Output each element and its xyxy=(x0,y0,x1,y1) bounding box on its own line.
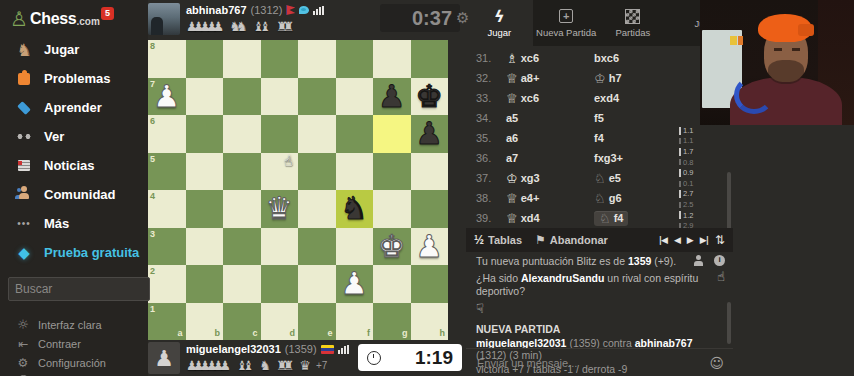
move-number: 34. xyxy=(466,112,506,124)
move-time: 1.2 xyxy=(679,211,693,220)
search-input[interactable] xyxy=(8,277,150,301)
captured-knights: ♞♞ xyxy=(229,21,247,33)
square-g6[interactable] xyxy=(373,115,411,153)
webcam-video xyxy=(700,0,854,125)
move-time: 1.1 xyxy=(679,126,693,135)
newspaper-icon xyxy=(13,156,35,176)
square-e7[interactable] xyxy=(298,78,336,116)
clock-icon xyxy=(367,351,381,365)
tab-label: Nueva Partida xyxy=(536,27,596,38)
move-33-black[interactable]: exd4 xyxy=(594,92,682,104)
sidebar-item-label: Más xyxy=(44,216,69,231)
file-label: a xyxy=(177,329,182,338)
rating-message: Tu nueva puntuación Blitz es de 1359 (+9… xyxy=(466,252,733,269)
new-game-title: NUEVA PARTIDA xyxy=(466,317,733,335)
chess-com-app: ♙ Chess .com 5 JugarProblemasAprenderVer… xyxy=(0,0,854,376)
piece-white-pawn: ♟ xyxy=(340,265,368,303)
piece-icon: ♕ xyxy=(506,212,518,225)
tab-label: Jugar xyxy=(487,27,511,38)
resign-flag-icon: ⚑ xyxy=(535,233,546,247)
move-time: 2.7 xyxy=(679,190,693,199)
square-e2[interactable] xyxy=(298,265,336,303)
piece-icon: ♘ xyxy=(594,172,606,185)
square-b3[interactable] xyxy=(186,228,224,266)
square-h3[interactable]: ♟ xyxy=(411,228,449,266)
move-number: 39. xyxy=(466,212,506,224)
square-f8[interactable] xyxy=(336,40,374,78)
move-35-black[interactable]: f4 xyxy=(594,132,682,144)
square-h8[interactable] xyxy=(411,40,449,78)
ellipsis-icon xyxy=(13,214,35,234)
captured-bishops: ♝♝ xyxy=(253,21,271,33)
piece-white-king: ♚ xyxy=(378,228,406,266)
move-37-white[interactable]: ♔xg3 xyxy=(506,172,594,185)
pawn-logo-icon: ♙ xyxy=(10,7,28,31)
piece-black-pawn: ♟ xyxy=(415,115,443,153)
square-f7[interactable] xyxy=(336,78,374,116)
piece-black-knight: ♞ xyxy=(340,190,368,228)
sun-icon xyxy=(15,315,31,335)
move-33-white[interactable]: ♕xc6 xyxy=(506,92,594,105)
action-bar: ½ Tablas ⚑ Abandonar |◀ ◀ ▶ ▶| ⇅ xyxy=(466,228,733,252)
sidebar-item-aprender[interactable]: Aprender xyxy=(0,93,148,122)
chat-area: Tu nueva puntuación Blitz es de 1359 (+9… xyxy=(466,252,733,348)
sidebar-item-label: Problemas xyxy=(44,71,110,86)
connection-signal-icon xyxy=(338,345,349,354)
chess-com-logo[interactable]: ♙ Chess .com 5 xyxy=(0,0,148,35)
material-advantage: +7 xyxy=(316,360,327,372)
move-38-white[interactable]: ♕e4+ xyxy=(506,192,594,205)
sidebar-item-jugar[interactable]: Jugar xyxy=(0,35,148,64)
draw-button[interactable]: ½ Tablas xyxy=(474,233,522,247)
move-time: 2.5 xyxy=(679,200,693,209)
square-f3[interactable] xyxy=(336,228,374,266)
sidebar-footer: Interfaz claraContraerConfiguración?Ayud… xyxy=(0,315,148,376)
player-bar: miguelangel32031 (1359) ♟♟♟♟♟♟♝♝♞♜♜♛+7 1… xyxy=(148,340,466,376)
player-captured-pieces: ♟♟♟♟♟♟♝♝♞♜♜♛+7 xyxy=(186,360,327,372)
piece-icon: ♕ xyxy=(506,192,518,205)
move-row-31: 31.♗xc6bxc6 xyxy=(466,48,733,68)
piece-white-queen: ♛ xyxy=(265,190,293,228)
go-start-button[interactable]: |◀ xyxy=(659,235,667,245)
square-c8[interactable] xyxy=(223,40,261,78)
half-icon: ½ xyxy=(474,233,484,247)
opponent-rating: (1312) xyxy=(251,4,283,16)
sidebar-item-label: Interfaz clara xyxy=(38,319,102,331)
sidebar-item-label: Ver xyxy=(44,129,64,144)
square-e6[interactable] xyxy=(298,115,336,153)
rank-label: 6 xyxy=(150,117,155,126)
square-e1[interactable]: e xyxy=(298,303,336,341)
captured-pawns: ♟♟♟♟♟ xyxy=(186,21,224,33)
sidebar-item-comunidad[interactable]: Comunidad xyxy=(0,180,148,209)
move-39-black[interactable]: ♘f4 xyxy=(594,211,682,226)
rank-label: 3 xyxy=(150,230,155,239)
headphones xyxy=(734,76,774,114)
square-f1[interactable]: f xyxy=(336,303,374,341)
file-label: c xyxy=(252,329,257,338)
thumbs-down-icon[interactable]: ☟ xyxy=(476,301,484,316)
piece-icon: ♕ xyxy=(506,92,518,105)
sidebar-item-label: Prueba gratuita xyxy=(44,245,139,260)
lightning-icon xyxy=(494,7,505,26)
sidebar-item-ver[interactable]: Ver xyxy=(0,122,148,151)
diamond-icon xyxy=(13,243,35,263)
rank-label: 8 xyxy=(150,42,155,51)
piece-icon: ♕ xyxy=(506,72,518,85)
sportsmanship-message: ¿Ha sido AlexandruSandu un rival con esp… xyxy=(466,269,733,299)
player-avatar[interactable] xyxy=(148,342,180,374)
sidebar-item-label: Configuración xyxy=(38,357,106,369)
move-36-white[interactable]: a7 xyxy=(506,152,594,164)
rank-label: 1 xyxy=(150,305,155,314)
tab-label: Partidas xyxy=(615,27,650,38)
square-f4[interactable]: ♞ xyxy=(336,190,374,228)
piece-black-king: ♚ xyxy=(415,78,443,116)
square-c7[interactable] xyxy=(223,78,261,116)
forward-button[interactable]: ▶ xyxy=(687,235,693,245)
tab-partidas[interactable]: Partidas xyxy=(600,0,667,46)
venezuela-flag-icon xyxy=(321,345,334,354)
sidebar-item-label: Jugar xyxy=(44,42,79,57)
move-35-white[interactable]: a6 xyxy=(506,132,594,144)
nepal-flag-icon xyxy=(286,5,295,15)
move-row-34: 34.a5f5 xyxy=(466,108,733,128)
piece-icon: ♔ xyxy=(506,172,518,185)
square-h1[interactable]: h xyxy=(411,303,449,341)
captured-queens: ♛ xyxy=(299,360,311,372)
opponent-avatar[interactable] xyxy=(148,3,180,35)
people-icon xyxy=(13,185,35,205)
square-b2[interactable] xyxy=(186,265,224,303)
square-g2[interactable] xyxy=(373,265,411,303)
square-g3[interactable]: ♚ xyxy=(373,228,411,266)
knight-icon xyxy=(13,40,35,60)
logo-tld: .com xyxy=(76,16,99,27)
panel-tabs: Jugar+Nueva PartidaPartidasJu xyxy=(466,0,733,46)
square-f5[interactable] xyxy=(336,153,374,191)
file-label: g xyxy=(402,329,408,338)
square-a4[interactable]: 4 xyxy=(148,190,186,228)
file-label: d xyxy=(290,329,296,338)
square-g8[interactable] xyxy=(373,40,411,78)
square-c2[interactable] xyxy=(223,265,261,303)
checker-icon xyxy=(625,9,640,24)
opponent-bar: abhinab767 (1312) ♟♟♟♟♟♞♞♝♝♜♜ 0:37 xyxy=(148,0,466,40)
help-icon: ? xyxy=(15,372,31,376)
file-label: b xyxy=(215,329,221,338)
square-e5[interactable] xyxy=(298,153,336,191)
emoji-icon[interactable]: ☺ xyxy=(709,355,724,371)
square-b8[interactable] xyxy=(186,40,224,78)
square-h4[interactable] xyxy=(411,190,449,228)
square-d8[interactable] xyxy=(261,40,299,78)
piece-icon: ♔ xyxy=(594,72,606,85)
square-e8[interactable] xyxy=(298,40,336,78)
square-h2[interactable] xyxy=(411,265,449,303)
square-b5[interactable] xyxy=(186,153,224,191)
message-input-bar: ☺ xyxy=(466,348,733,376)
captured-rooks: ♜♜ xyxy=(276,360,294,372)
square-a3[interactable]: 3 xyxy=(148,228,186,266)
move-time: 1.7 xyxy=(679,147,693,156)
twitter-bird-icon[interactable] xyxy=(299,6,309,14)
sidebar-item-mas[interactable]: Más xyxy=(0,209,148,238)
move-number: 36. xyxy=(466,152,506,164)
file-label: h xyxy=(440,329,446,338)
square-d7[interactable] xyxy=(261,78,299,116)
move-34-white[interactable]: a5 xyxy=(506,112,594,124)
move-time: 0.8 xyxy=(679,158,693,167)
sidebar-item-prueba-gratuita[interactable]: Prueba gratuita xyxy=(0,238,148,267)
square-c5[interactable] xyxy=(223,153,261,191)
rank-label: 5 xyxy=(150,155,155,164)
info-icon[interactable]: i xyxy=(714,255,725,266)
thumbs-down-row: ☟ xyxy=(466,299,733,317)
square-g4[interactable] xyxy=(373,190,411,228)
tab-jugar[interactable]: Jugar xyxy=(466,0,533,46)
square-c4[interactable] xyxy=(223,190,261,228)
player-name[interactable]: miguelangel32031 xyxy=(186,343,281,355)
gear-small-icon xyxy=(15,353,31,373)
square-b6[interactable] xyxy=(186,115,224,153)
flip-board-button[interactable]: ⇅ xyxy=(715,233,725,247)
file-label: f xyxy=(367,329,370,338)
piece-icon: ♘ xyxy=(594,192,606,205)
sidebar-item-label: Comunidad xyxy=(44,187,116,202)
chat-scrollbar[interactable] xyxy=(727,302,731,344)
sidebar-item-label: Aprender xyxy=(44,100,102,115)
sidebar-item-noticias[interactable]: Noticias xyxy=(0,151,148,180)
square-f2[interactable]: ♟ xyxy=(336,265,374,303)
square-e4[interactable] xyxy=(298,190,336,228)
opponent-clock: 0:37 xyxy=(380,4,460,32)
square-a1[interactable]: 1a xyxy=(148,303,186,341)
move-time: 0.1 xyxy=(679,179,693,188)
move-number: 35. xyxy=(466,132,506,144)
move-number: 32. xyxy=(466,72,506,84)
move-number: 38. xyxy=(466,192,506,204)
move-number: 37. xyxy=(466,172,506,184)
tab-nueva-partida[interactable]: +Nueva Partida xyxy=(533,0,600,46)
square-g7[interactable]: ♟ xyxy=(373,78,411,116)
puzzle-icon xyxy=(13,69,35,89)
right-panel: Jugar+Nueva PartidaPartidasJu 31.♗xc6bxc… xyxy=(466,0,733,376)
sidebar-item-interfaz-clara[interactable]: Interfaz clara xyxy=(0,315,148,334)
rank-label: 7 xyxy=(150,80,155,89)
player-rating: (1359) xyxy=(285,343,317,355)
piece-black-pawn: ♟ xyxy=(378,78,406,116)
opponent-captured-pieces: ♟♟♟♟♟♞♞♝♝♜♜ xyxy=(186,21,294,33)
back-button[interactable]: ◀ xyxy=(674,235,680,245)
square-d4[interactable]: ♛ xyxy=(261,190,299,228)
opponent-name[interactable]: abhinab767 xyxy=(186,4,247,16)
sidebar: ♙ Chess .com 5 JugarProblemasAprenderVer… xyxy=(0,0,148,376)
square-a6[interactable]: 6 xyxy=(148,115,186,153)
move-row-33: 33.♕xc6exd4 xyxy=(466,88,733,108)
sidebar-item-label: Noticias xyxy=(44,158,95,173)
collapse-icon xyxy=(15,334,31,354)
piece-white-pawn: ♟ xyxy=(415,228,443,266)
sidebar-item-label: Contraer xyxy=(38,338,81,350)
move-37-black[interactable]: ♘e5 xyxy=(594,172,682,185)
sidebar-item-ayuda[interactable]: ?Ayuda xyxy=(0,372,148,376)
square-b7[interactable] xyxy=(186,78,224,116)
square-a7[interactable]: 7♟ xyxy=(148,78,186,116)
move-time: 1.1 xyxy=(679,137,693,146)
square-c1[interactable]: c xyxy=(223,303,261,341)
sidebar-item-contraer[interactable]: Contraer xyxy=(0,334,148,353)
move-32-black[interactable]: ♔h7 xyxy=(594,72,682,85)
sidebar-item-problemas[interactable]: Problemas xyxy=(0,64,148,93)
square-c3[interactable] xyxy=(223,228,261,266)
square-f6[interactable] xyxy=(336,115,374,153)
sidebar-item-configuracion[interactable]: Configuración xyxy=(0,353,148,372)
square-d3[interactable] xyxy=(261,228,299,266)
moves-scrollbar[interactable] xyxy=(727,172,731,230)
square-h5[interactable] xyxy=(411,153,449,191)
message-input[interactable] xyxy=(475,356,709,370)
move-time: 0.9 xyxy=(679,168,693,177)
move-31-white[interactable]: ♗xc6 xyxy=(506,52,594,65)
square-g5[interactable] xyxy=(373,153,411,191)
add-friend-icon[interactable] xyxy=(693,255,705,266)
board-settings-gear-icon[interactable]: ⚙ xyxy=(456,9,469,27)
square-e3[interactable] xyxy=(298,228,336,266)
piece-icon: ♗ xyxy=(506,52,518,65)
grad-cap-icon xyxy=(13,98,35,118)
square-h6[interactable]: ♟ xyxy=(411,115,449,153)
square-g1[interactable]: g xyxy=(373,303,411,341)
captured-rooks: ♜♜ xyxy=(276,21,294,33)
move-38-black[interactable]: ♘g6 xyxy=(594,192,682,205)
move-number: 33. xyxy=(466,92,506,104)
connection-signal-icon xyxy=(313,6,324,15)
square-h7[interactable]: ♚ xyxy=(411,78,449,116)
captured-pawns: ♟♟♟♟♟♟ xyxy=(186,360,231,372)
captured-knights: ♞ xyxy=(259,360,271,372)
move-31-black[interactable]: bxc6 xyxy=(594,52,682,64)
plus-sq-icon: + xyxy=(559,9,573,23)
thumbs-up-icon[interactable]: ☝ xyxy=(717,270,725,283)
square-a2[interactable]: 2 xyxy=(148,265,186,303)
square-a5[interactable]: 5 xyxy=(148,153,186,191)
chess-board: 87♟♟♚6♟54♛♞3♚♟2♟1abcdefgh xyxy=(148,40,448,340)
file-label: e xyxy=(327,329,332,338)
resign-button[interactable]: ⚑ Abandonar xyxy=(535,233,608,247)
captured-bishops: ♝♝ xyxy=(236,360,254,372)
square-c6[interactable] xyxy=(223,115,261,153)
sidebar-nav: JugarProblemasAprenderVerNoticiasComunid… xyxy=(0,35,148,267)
move-39-white[interactable]: ♕xd4 xyxy=(506,212,594,225)
square-a8[interactable]: 8 xyxy=(148,40,186,78)
logo-brand: Chess xyxy=(30,10,77,28)
go-end-button[interactable]: ▶| xyxy=(700,235,708,245)
rank-label: 4 xyxy=(150,192,155,201)
move-row-32: 32.♕a8+♔h7 xyxy=(466,68,733,88)
move-34-black[interactable]: f5 xyxy=(594,112,682,124)
move-36-black[interactable]: fxg3+ xyxy=(594,152,682,164)
square-b1[interactable]: b xyxy=(186,303,224,341)
square-d1[interactable]: d xyxy=(261,303,299,341)
binoculars-icon xyxy=(13,127,35,147)
square-b4[interactable] xyxy=(186,190,224,228)
notification-badge[interactable]: 5 xyxy=(101,7,114,20)
move-32-white[interactable]: ♕a8+ xyxy=(506,72,594,85)
player-clock: 1:19 xyxy=(358,344,462,371)
rank-label: 2 xyxy=(150,267,155,276)
move-number: 31. xyxy=(466,52,506,64)
square-d2[interactable] xyxy=(261,265,299,303)
piece-icon: ♘ xyxy=(599,212,611,225)
player-clock-time: 1:19 xyxy=(415,347,453,369)
game-area: abhinab767 (1312) ♟♟♟♟♟♞♞♝♝♜♜ 0:37 87♟♟♚… xyxy=(148,0,466,376)
piece-white-pawn: ♟ xyxy=(153,78,181,116)
square-d6[interactable] xyxy=(261,115,299,153)
